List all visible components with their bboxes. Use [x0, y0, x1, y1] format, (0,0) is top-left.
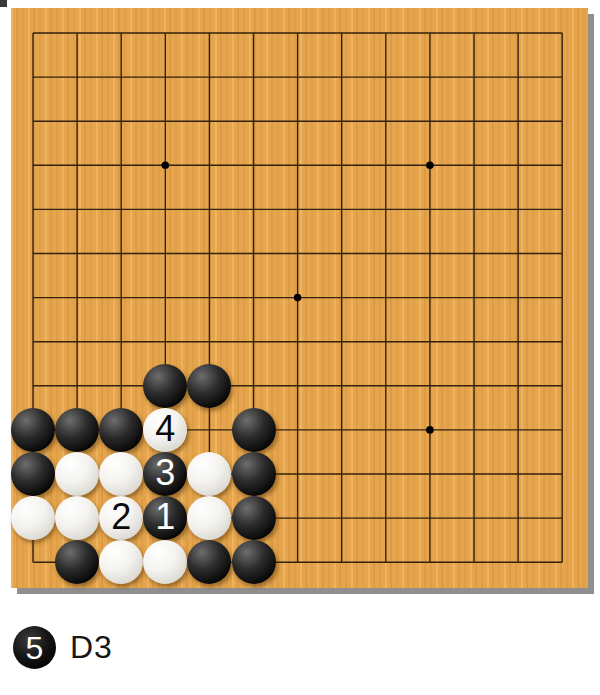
stone-black-F3 [232, 452, 276, 496]
page: 4321 5 D3 [0, 0, 600, 695]
stone-white-A2 [11, 496, 55, 540]
move-number-label: 2 [111, 499, 131, 537]
stone-black-A4 [11, 408, 55, 452]
caption-stone-black: 5 [13, 626, 56, 669]
corner-artifact [0, 0, 7, 7]
stone-black-E1 [187, 540, 231, 584]
move-number-label: 1 [155, 499, 175, 537]
stone-black-A3 [11, 452, 55, 496]
stone-black-D3: 3 [143, 452, 187, 496]
move-caption: 5 D3 [13, 626, 113, 669]
stone-white-B3 [55, 452, 99, 496]
stone-white-E3 [187, 452, 231, 496]
stone-white-C2: 2 [99, 496, 143, 540]
stone-white-E2 [187, 496, 231, 540]
stone-black-D5 [143, 364, 187, 408]
stone-black-C4 [99, 408, 143, 452]
stone-black-F2 [232, 496, 276, 540]
stone-white-D4: 4 [143, 408, 187, 452]
caption-move-number: 5 [26, 632, 44, 664]
caption-coordinate: D3 [70, 629, 113, 666]
stone-black-B1 [55, 540, 99, 584]
stones-layer: 4321 [11, 11, 584, 584]
move-number-label: 4 [155, 411, 175, 449]
stone-black-B4 [55, 408, 99, 452]
stone-white-C1 [99, 540, 143, 584]
stone-black-F4 [232, 408, 276, 452]
stone-white-C3 [99, 452, 143, 496]
move-number-label: 3 [155, 455, 175, 493]
go-board: 4321 [11, 8, 588, 588]
stone-white-B2 [55, 496, 99, 540]
stone-black-F1 [232, 540, 276, 584]
stone-white-D1 [143, 540, 187, 584]
stone-black-E5 [187, 364, 231, 408]
stone-black-D2: 1 [143, 496, 187, 540]
